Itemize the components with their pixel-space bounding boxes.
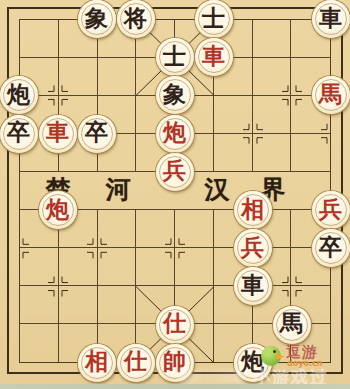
piece-red-相[interactable]: 相 <box>234 191 272 229</box>
piece-black-卒[interactable]: 卒 <box>312 229 350 267</box>
piece-red-馬[interactable]: 馬 <box>312 76 350 114</box>
xiangqi-board-screenshot: 楚 河 汉 界 象将士車士車炮象馬卒車卒炮兵炮相兵兵卒車仕馬相仕帥炮 逗游 do… <box>0 0 350 389</box>
piece-black-車[interactable]: 車 <box>234 267 272 305</box>
piece-red-車[interactable]: 車 <box>195 38 233 76</box>
piece-red-相[interactable]: 相 <box>78 344 116 382</box>
blurred-watermark-blob <box>178 369 244 384</box>
piece-red-仕[interactable]: 仕 <box>117 344 155 382</box>
piece-red-仕[interactable]: 仕 <box>156 306 194 344</box>
piece-black-車[interactable]: 車 <box>312 0 350 38</box>
piece-red-炮[interactable]: 炮 <box>156 115 194 153</box>
piece-black-象[interactable]: 象 <box>78 0 116 38</box>
piece-black-将[interactable]: 将 <box>117 0 155 38</box>
piece-red-兵[interactable]: 兵 <box>156 153 194 191</box>
piece-black-士[interactable]: 士 <box>156 38 194 76</box>
doyo-bird-icon <box>261 346 281 366</box>
video-edge-strip <box>0 384 350 389</box>
piece-black-馬[interactable]: 馬 <box>273 306 311 344</box>
piece-layer: 象将士車士車炮象馬卒車卒炮兵炮相兵兵卒車仕馬相仕帥炮 <box>0 0 350 382</box>
piece-black-卒[interactable]: 卒 <box>0 115 38 153</box>
piece-red-兵[interactable]: 兵 <box>312 191 350 229</box>
piece-black-卒[interactable]: 卒 <box>78 115 116 153</box>
piece-black-炮[interactable]: 炮 <box>0 76 38 114</box>
piece-red-兵[interactable]: 兵 <box>234 229 272 267</box>
piece-red-炮[interactable]: 炮 <box>39 191 77 229</box>
piece-black-士[interactable]: 士 <box>195 0 233 38</box>
piece-red-車[interactable]: 車 <box>39 115 77 153</box>
piece-black-象[interactable]: 象 <box>156 76 194 114</box>
